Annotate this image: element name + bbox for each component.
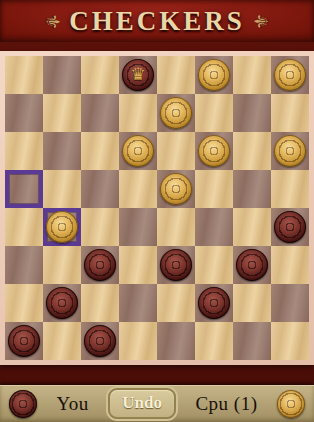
square-r4c1[interactable]	[43, 208, 81, 246]
gold-man[interactable]	[198, 135, 230, 167]
board-frame: ♛	[0, 51, 314, 365]
undo-button[interactable]: Undo	[108, 388, 176, 419]
square-r1c0[interactable]	[5, 94, 43, 132]
square-r3c2[interactable]	[81, 170, 119, 208]
square-r0c6[interactable]	[233, 56, 271, 94]
gold-man[interactable]	[160, 173, 192, 205]
square-r1c2[interactable]	[81, 94, 119, 132]
square-r5c1[interactable]	[43, 246, 81, 284]
status-bar: You Undo Cpu (1)	[0, 385, 314, 422]
gold-man[interactable]	[198, 59, 230, 91]
square-r7c5[interactable]	[195, 322, 233, 360]
dark-man[interactable]	[84, 249, 116, 281]
square-r5c4[interactable]	[157, 246, 195, 284]
square-r6c3[interactable]	[119, 284, 157, 322]
square-r4c7[interactable]	[271, 208, 309, 246]
gold-man[interactable]	[274, 135, 306, 167]
square-r5c0[interactable]	[5, 246, 43, 284]
square-r4c6[interactable]	[233, 208, 271, 246]
gold-man[interactable]	[160, 97, 192, 129]
square-r5c6[interactable]	[233, 246, 271, 284]
square-r4c3[interactable]	[119, 208, 157, 246]
square-r5c7[interactable]	[271, 246, 309, 284]
dark-man[interactable]	[84, 325, 116, 357]
fleur-ornament-right-icon: ⚜	[252, 12, 271, 29]
checkers-app: ⚜ CHECKERS ⚜ ♛ You Undo Cpu (1)	[0, 0, 314, 422]
square-r1c7[interactable]	[271, 94, 309, 132]
square-r2c4[interactable]	[157, 132, 195, 170]
gold-man[interactable]	[274, 59, 306, 91]
square-r4c2[interactable]	[81, 208, 119, 246]
square-r0c1[interactable]	[43, 56, 81, 94]
board: ♛	[5, 56, 309, 360]
square-r0c3[interactable]: ♛	[119, 56, 157, 94]
square-r1c3[interactable]	[119, 94, 157, 132]
square-r2c7[interactable]	[271, 132, 309, 170]
square-r3c4[interactable]	[157, 170, 195, 208]
square-r2c1[interactable]	[43, 132, 81, 170]
square-r3c6[interactable]	[233, 170, 271, 208]
square-r4c0[interactable]	[5, 208, 43, 246]
square-r7c1[interactable]	[43, 322, 81, 360]
square-r0c4[interactable]	[157, 56, 195, 94]
square-r6c6[interactable]	[233, 284, 271, 322]
square-r2c0[interactable]	[5, 132, 43, 170]
square-r2c5[interactable]	[195, 132, 233, 170]
square-r5c5[interactable]	[195, 246, 233, 284]
cpu-label: Cpu (1)	[195, 393, 257, 415]
square-r1c5[interactable]	[195, 94, 233, 132]
board-area: ♛	[0, 42, 314, 385]
square-r1c6[interactable]	[233, 94, 271, 132]
square-r7c6[interactable]	[233, 322, 271, 360]
square-r4c4[interactable]	[157, 208, 195, 246]
square-r6c1[interactable]	[43, 284, 81, 322]
square-r7c2[interactable]	[81, 322, 119, 360]
square-r7c4[interactable]	[157, 322, 195, 360]
dark-man[interactable]	[8, 325, 40, 357]
dark-man[interactable]	[274, 211, 306, 243]
square-r6c4[interactable]	[157, 284, 195, 322]
square-r0c5[interactable]	[195, 56, 233, 94]
square-r3c1[interactable]	[43, 170, 81, 208]
square-r2c2[interactable]	[81, 132, 119, 170]
king-crown-icon: ♛	[122, 66, 154, 83]
square-r6c7[interactable]	[271, 284, 309, 322]
square-r7c0[interactable]	[5, 322, 43, 360]
square-r3c0[interactable]	[5, 170, 43, 208]
dark-man[interactable]	[160, 249, 192, 281]
you-label: You	[56, 393, 88, 415]
square-r0c2[interactable]	[81, 56, 119, 94]
square-r1c1[interactable]	[43, 94, 81, 132]
dark-king[interactable]: ♛	[122, 59, 154, 91]
gold-man[interactable]	[46, 211, 78, 243]
square-r5c3[interactable]	[119, 246, 157, 284]
square-r5c2[interactable]	[81, 246, 119, 284]
square-r2c3[interactable]	[119, 132, 157, 170]
square-r7c3[interactable]	[119, 322, 157, 360]
square-r7c7[interactable]	[271, 322, 309, 360]
fleur-ornament-left-icon: ⚜	[43, 12, 62, 29]
square-r6c5[interactable]	[195, 284, 233, 322]
square-r3c3[interactable]	[119, 170, 157, 208]
app-title: CHECKERS	[69, 6, 245, 37]
square-r1c4[interactable]	[157, 94, 195, 132]
you-piece-icon	[9, 390, 37, 418]
square-r4c5[interactable]	[195, 208, 233, 246]
square-r3c5[interactable]	[195, 170, 233, 208]
square-r0c7[interactable]	[271, 56, 309, 94]
square-r3c7[interactable]	[271, 170, 309, 208]
dark-man[interactable]	[236, 249, 268, 281]
square-r6c0[interactable]	[5, 284, 43, 322]
dark-man[interactable]	[198, 287, 230, 319]
title-bar: ⚜ CHECKERS ⚜	[0, 0, 314, 42]
square-r2c6[interactable]	[233, 132, 271, 170]
cpu-piece-icon	[277, 390, 305, 418]
dark-man[interactable]	[46, 287, 78, 319]
square-r6c2[interactable]	[81, 284, 119, 322]
gold-man[interactable]	[122, 135, 154, 167]
square-r0c0[interactable]	[5, 56, 43, 94]
